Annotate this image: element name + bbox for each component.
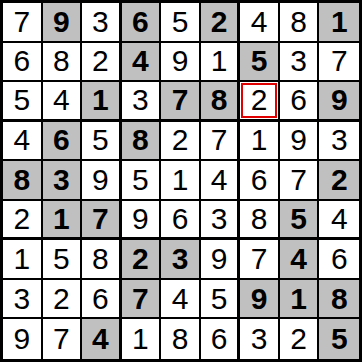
cell-r9c7[interactable]: 3 — [240, 319, 280, 359]
cell-r3c5[interactable]: 7 — [161, 82, 201, 122]
cell-r6c1[interactable]: 2 — [3, 201, 43, 241]
cell-r4c7[interactable]: 1 — [240, 122, 280, 162]
cell-r8c6[interactable]: 5 — [201, 280, 241, 320]
cell-r4c3[interactable]: 5 — [82, 122, 122, 162]
cell-r7c5[interactable]: 3 — [161, 240, 201, 280]
cell-r7c6[interactable]: 9 — [201, 240, 241, 280]
cell-r6c4[interactable]: 9 — [122, 201, 162, 241]
cell-r1c8[interactable]: 8 — [280, 3, 320, 43]
cell-r9c3[interactable]: 4 — [82, 319, 122, 359]
cell-r9c1[interactable]: 9 — [3, 319, 43, 359]
cell-r5c4[interactable]: 5 — [122, 161, 162, 201]
cell-r5c1[interactable]: 8 — [3, 161, 43, 201]
cell-r6c9[interactable]: 4 — [319, 201, 359, 241]
cell-r8c1[interactable]: 3 — [3, 280, 43, 320]
cell-r1c7[interactable]: 4 — [240, 3, 280, 43]
cell-r3c1[interactable]: 5 — [3, 82, 43, 122]
cell-r6c8[interactable]: 5 — [280, 201, 320, 241]
cell-r1c1[interactable]: 7 — [3, 3, 43, 43]
cell-r8c5[interactable]: 4 — [161, 280, 201, 320]
cell-r8c8[interactable]: 1 — [280, 280, 320, 320]
cell-r7c9[interactable]: 6 — [319, 240, 359, 280]
cell-r9c4[interactable]: 1 — [122, 319, 162, 359]
cell-r5c3[interactable]: 9 — [82, 161, 122, 201]
cell-r7c1[interactable]: 1 — [3, 240, 43, 280]
cell-r3c9[interactable]: 9 — [319, 82, 359, 122]
cell-r3c6[interactable]: 8 — [201, 82, 241, 122]
cell-r8c4[interactable]: 7 — [122, 280, 162, 320]
cell-r3c7[interactable]: 2 — [240, 82, 280, 122]
cell-r6c6[interactable]: 3 — [201, 201, 241, 241]
cell-r9c6[interactable]: 6 — [201, 319, 241, 359]
cell-r5c6[interactable]: 4 — [201, 161, 241, 201]
cell-r3c3[interactable]: 1 — [82, 82, 122, 122]
cell-r5c8[interactable]: 7 — [280, 161, 320, 201]
cell-r6c5[interactable]: 6 — [161, 201, 201, 241]
cell-r5c7[interactable]: 6 — [240, 161, 280, 201]
cell-r6c7[interactable]: 8 — [240, 201, 280, 241]
cell-r4c9[interactable]: 3 — [319, 122, 359, 162]
cell-r4c6[interactable]: 7 — [201, 122, 241, 162]
cell-r2c8[interactable]: 3 — [280, 43, 320, 83]
cell-r6c2[interactable]: 1 — [43, 201, 83, 241]
cell-r8c3[interactable]: 6 — [82, 280, 122, 320]
cell-r2c6[interactable]: 1 — [201, 43, 241, 83]
cell-r1c3[interactable]: 3 — [82, 3, 122, 43]
cell-r1c2[interactable]: 9 — [43, 3, 83, 43]
cell-r2c9[interactable]: 7 — [319, 43, 359, 83]
cell-r1c5[interactable]: 5 — [161, 3, 201, 43]
cell-r1c9[interactable]: 1 — [319, 3, 359, 43]
cell-r5c5[interactable]: 1 — [161, 161, 201, 201]
cell-r9c9[interactable]: 5 — [319, 319, 359, 359]
cell-r2c3[interactable]: 2 — [82, 43, 122, 83]
cell-r8c7[interactable]: 9 — [240, 280, 280, 320]
sudoku-board: 7936524816824915375413782694658271938395… — [0, 0, 362, 362]
cell-r7c4[interactable]: 2 — [122, 240, 162, 280]
cell-r8c9[interactable]: 8 — [319, 280, 359, 320]
cell-r1c4[interactable]: 6 — [122, 3, 162, 43]
cell-r7c8[interactable]: 4 — [280, 240, 320, 280]
cell-r7c3[interactable]: 8 — [82, 240, 122, 280]
cell-r1c6[interactable]: 2 — [201, 3, 241, 43]
cell-r6c3[interactable]: 7 — [82, 201, 122, 241]
cell-r3c8[interactable]: 6 — [280, 82, 320, 122]
cell-r2c5[interactable]: 9 — [161, 43, 201, 83]
cell-r2c1[interactable]: 6 — [3, 43, 43, 83]
cell-r3c2[interactable]: 4 — [43, 82, 83, 122]
cell-r2c2[interactable]: 8 — [43, 43, 83, 83]
cell-r4c2[interactable]: 6 — [43, 122, 83, 162]
cell-r8c2[interactable]: 2 — [43, 280, 83, 320]
cell-r9c2[interactable]: 7 — [43, 319, 83, 359]
cell-r5c2[interactable]: 3 — [43, 161, 83, 201]
cell-r4c1[interactable]: 4 — [3, 122, 43, 162]
cell-r9c5[interactable]: 8 — [161, 319, 201, 359]
cell-r7c2[interactable]: 5 — [43, 240, 83, 280]
cell-r4c8[interactable]: 9 — [280, 122, 320, 162]
cell-r4c5[interactable]: 2 — [161, 122, 201, 162]
cell-r2c7[interactable]: 5 — [240, 43, 280, 83]
cell-r2c4[interactable]: 4 — [122, 43, 162, 83]
cell-r9c8[interactable]: 2 — [280, 319, 320, 359]
cell-r5c9[interactable]: 2 — [319, 161, 359, 201]
cell-r7c7[interactable]: 7 — [240, 240, 280, 280]
cell-r3c4[interactable]: 3 — [122, 82, 162, 122]
cell-r4c4[interactable]: 8 — [122, 122, 162, 162]
